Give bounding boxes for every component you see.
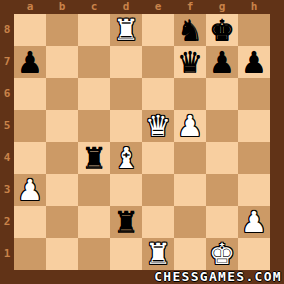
piece-black-pawn[interactable]: ♟ — [206, 46, 238, 78]
piece-black-queen[interactable]: ♛ — [174, 46, 206, 78]
square-e2[interactable] — [142, 206, 174, 238]
square-a2[interactable] — [14, 206, 46, 238]
square-g4[interactable] — [206, 142, 238, 174]
file-labels: abcdefgh — [14, 0, 270, 14]
rank-label-1: 1 — [0, 238, 14, 270]
square-c6[interactable] — [78, 78, 110, 110]
rank-label-8: 8 — [0, 14, 14, 46]
square-c3[interactable] — [78, 174, 110, 206]
file-label-g: g — [206, 0, 238, 14]
square-g5[interactable] — [206, 110, 238, 142]
square-d3[interactable] — [110, 174, 142, 206]
square-c2[interactable] — [78, 206, 110, 238]
square-e6[interactable] — [142, 78, 174, 110]
square-g8[interactable]: ♚ — [206, 14, 238, 46]
square-g3[interactable] — [206, 174, 238, 206]
rank-label-6: 6 — [0, 78, 14, 110]
file-label-c: c — [78, 0, 110, 14]
square-f3[interactable] — [174, 174, 206, 206]
square-c8[interactable] — [78, 14, 110, 46]
square-a3[interactable]: ♟ — [14, 174, 46, 206]
square-h6[interactable] — [238, 78, 270, 110]
square-c1[interactable] — [78, 238, 110, 270]
square-h5[interactable] — [238, 110, 270, 142]
square-a7[interactable]: ♟ — [14, 46, 46, 78]
square-h4[interactable] — [238, 142, 270, 174]
square-d7[interactable] — [110, 46, 142, 78]
square-f6[interactable] — [174, 78, 206, 110]
file-label-d: d — [110, 0, 142, 14]
rank-label-4: 4 — [0, 142, 14, 174]
square-d4[interactable]: ♝ — [110, 142, 142, 174]
square-a5[interactable] — [14, 110, 46, 142]
rank-label-5: 5 — [0, 110, 14, 142]
square-g1[interactable]: ♚ — [206, 238, 238, 270]
square-f4[interactable] — [174, 142, 206, 174]
piece-white-rook[interactable]: ♜ — [142, 238, 174, 270]
square-e4[interactable] — [142, 142, 174, 174]
square-d5[interactable] — [110, 110, 142, 142]
piece-white-king[interactable]: ♚ — [206, 238, 238, 270]
square-c4[interactable]: ♜ — [78, 142, 110, 174]
square-d8[interactable]: ♜ — [110, 14, 142, 46]
file-label-h: h — [238, 0, 270, 14]
piece-white-pawn[interactable]: ♟ — [174, 110, 206, 142]
square-b6[interactable] — [46, 78, 78, 110]
square-a8[interactable] — [14, 14, 46, 46]
file-label-e: e — [142, 0, 174, 14]
piece-white-pawn[interactable]: ♟ — [14, 174, 46, 206]
piece-black-rook[interactable]: ♜ — [78, 142, 110, 174]
square-f1[interactable] — [174, 238, 206, 270]
watermark: CHESSGAMES.COM — [154, 270, 282, 284]
rank-label-7: 7 — [0, 46, 14, 78]
file-label-f: f — [174, 0, 206, 14]
square-e3[interactable] — [142, 174, 174, 206]
square-e5[interactable]: ♛ — [142, 110, 174, 142]
square-c5[interactable] — [78, 110, 110, 142]
square-e1[interactable]: ♜ — [142, 238, 174, 270]
square-f5[interactable]: ♟ — [174, 110, 206, 142]
square-b1[interactable] — [46, 238, 78, 270]
piece-white-rook[interactable]: ♜ — [110, 14, 142, 46]
square-d6[interactable] — [110, 78, 142, 110]
square-g2[interactable] — [206, 206, 238, 238]
square-f8[interactable]: ♞ — [174, 14, 206, 46]
square-b8[interactable] — [46, 14, 78, 46]
square-h2[interactable]: ♟ — [238, 206, 270, 238]
file-label-b: b — [46, 0, 78, 14]
square-b5[interactable] — [46, 110, 78, 142]
square-a4[interactable] — [14, 142, 46, 174]
square-f2[interactable] — [174, 206, 206, 238]
square-a6[interactable] — [14, 78, 46, 110]
rank-label-3: 3 — [0, 174, 14, 206]
chess-diagram: abcdefgh 87654321 ♜♞♚♟♛♟♟♛♟♜♝♟♜♟♜♚ CHESS… — [0, 0, 284, 284]
square-d1[interactable] — [110, 238, 142, 270]
file-label-a: a — [14, 0, 46, 14]
square-b7[interactable] — [46, 46, 78, 78]
square-h7[interactable]: ♟ — [238, 46, 270, 78]
square-h8[interactable] — [238, 14, 270, 46]
square-b2[interactable] — [46, 206, 78, 238]
piece-black-knight[interactable]: ♞ — [174, 14, 206, 46]
piece-black-king[interactable]: ♚ — [206, 14, 238, 46]
square-g6[interactable] — [206, 78, 238, 110]
square-e8[interactable] — [142, 14, 174, 46]
piece-black-rook[interactable]: ♜ — [110, 206, 142, 238]
square-c7[interactable] — [78, 46, 110, 78]
square-f7[interactable]: ♛ — [174, 46, 206, 78]
piece-black-pawn[interactable]: ♟ — [14, 46, 46, 78]
piece-white-queen[interactable]: ♛ — [142, 110, 174, 142]
square-h1[interactable] — [238, 238, 270, 270]
square-g7[interactable]: ♟ — [206, 46, 238, 78]
square-b3[interactable] — [46, 174, 78, 206]
square-d2[interactable]: ♜ — [110, 206, 142, 238]
square-a1[interactable] — [14, 238, 46, 270]
square-b4[interactable] — [46, 142, 78, 174]
chess-board: ♜♞♚♟♛♟♟♛♟♜♝♟♜♟♜♚ — [14, 14, 270, 270]
piece-white-bishop[interactable]: ♝ — [110, 142, 142, 174]
piece-white-pawn[interactable]: ♟ — [238, 206, 270, 238]
rank-labels: 87654321 — [0, 14, 14, 270]
square-e7[interactable] — [142, 46, 174, 78]
square-h3[interactable] — [238, 174, 270, 206]
piece-black-pawn[interactable]: ♟ — [238, 46, 270, 78]
rank-label-2: 2 — [0, 206, 14, 238]
